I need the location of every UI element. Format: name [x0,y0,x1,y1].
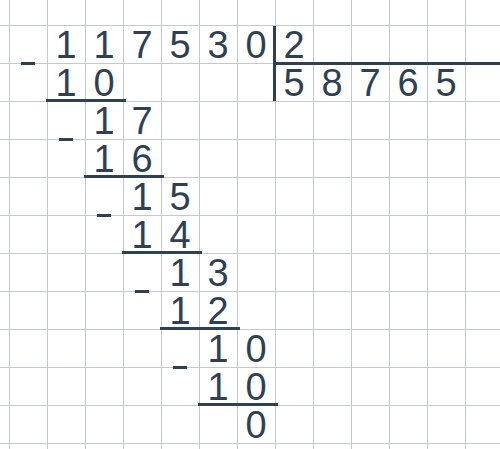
digit-cell: 5 [275,63,313,101]
digit-cell: 6 [389,63,427,101]
underline [198,403,278,406]
digit-cell: 1 [199,329,237,367]
underline [160,327,240,330]
digit-cell: 4 [161,215,199,253]
digit-cell: 1 [85,101,123,139]
digit-cell: 5 [161,177,199,215]
digit-cell: 6 [123,139,161,177]
digit-cell: 1 [123,177,161,215]
division-worksheet: 1175302105876517161514131210100 [0,0,500,449]
digit-cell: 1 [123,215,161,253]
minus-sign [97,214,111,217]
digit-cell: 1 [199,367,237,405]
grid-paper: 1175302105876517161514131210100 [0,0,500,449]
underline [122,251,202,254]
digit-cell: 0 [85,63,123,101]
digit-cell: 7 [351,63,389,101]
underline [84,175,164,178]
digit-cell: 0 [237,25,275,63]
digit-cell: 2 [275,25,313,63]
digit-cell: 1 [47,63,85,101]
digit-cell: 3 [199,25,237,63]
digit-cell: 8 [313,63,351,101]
digit-cell: 1 [85,139,123,177]
digit-cell: 3 [199,253,237,291]
minus-sign [135,290,149,293]
minus-sign [21,62,35,65]
digit-cell: 7 [123,101,161,139]
quotient-line [273,62,500,65]
minus-sign [59,138,73,141]
digit-cell: 1 [47,25,85,63]
digit-cell: 1 [161,253,199,291]
digit-cell: 0 [237,329,275,367]
underline [46,99,126,102]
digit-cell: 5 [427,63,465,101]
digit-cell: 1 [85,25,123,63]
digit-cell: 2 [199,291,237,329]
digit-cell: 0 [237,367,275,405]
digit-cell: 0 [237,405,275,443]
digit-cell: 1 [161,291,199,329]
digit-cell: 5 [161,25,199,63]
digit-cell: 7 [123,25,161,63]
minus-sign [173,366,187,369]
